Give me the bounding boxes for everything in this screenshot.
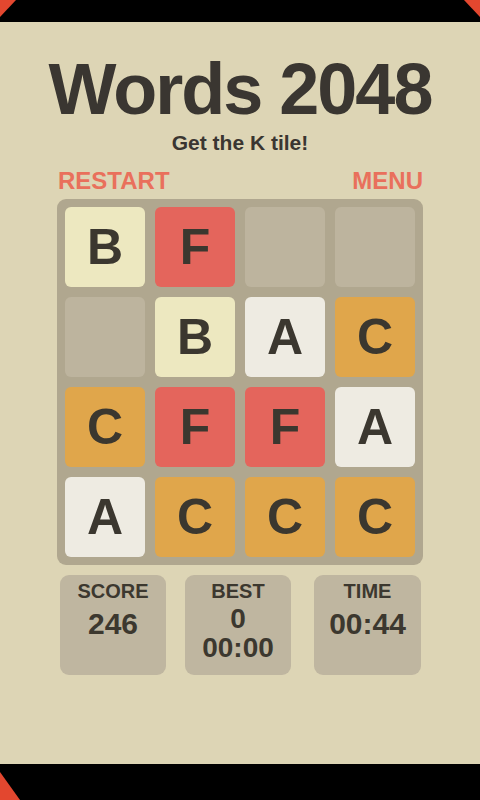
time-label: TIME — [344, 579, 392, 604]
empty-cell — [65, 297, 145, 377]
time-box: TIME 00:44 — [314, 575, 421, 675]
bottom-nav-bar — [0, 764, 480, 800]
nav-row: RESTART MENU — [58, 167, 423, 194]
empty-cell — [245, 207, 325, 287]
best-label: BEST — [211, 579, 264, 604]
recorder-triangle-top-left-icon — [0, 0, 16, 17]
best-time-value: 00:00 — [202, 634, 274, 662]
game-board[interactable]: BFBACCFFAACCC — [57, 199, 423, 565]
tile-B: B — [65, 207, 145, 287]
tile-A: A — [245, 297, 325, 377]
tile-C: C — [335, 297, 415, 377]
top-status-bar — [0, 0, 480, 22]
tile-B: B — [155, 297, 235, 377]
recorder-triangle-top-right-icon — [464, 0, 480, 17]
score-label: SCORE — [77, 579, 148, 604]
tile-C: C — [155, 477, 235, 557]
tile-A: A — [335, 387, 415, 467]
best-box: BEST 0 00:00 — [185, 575, 291, 675]
menu-button[interactable]: MENU — [352, 167, 423, 194]
tile-F: F — [155, 387, 235, 467]
tile-C: C — [245, 477, 325, 557]
tile-C: C — [65, 387, 145, 467]
app-title: Words 2048 — [0, 53, 480, 125]
tile-C: C — [335, 477, 415, 557]
score-value: 246 — [88, 607, 138, 641]
goal-subtitle: Get the K tile! — [0, 131, 480, 155]
score-box: SCORE 246 — [60, 575, 166, 675]
time-value: 00:44 — [329, 607, 406, 641]
best-score-value: 0 — [230, 605, 246, 633]
tile-F: F — [245, 387, 325, 467]
tile-A: A — [65, 477, 145, 557]
recorder-triangle-bottom-left-icon — [0, 772, 20, 800]
empty-cell — [335, 207, 415, 287]
tile-F: F — [155, 207, 235, 287]
restart-button[interactable]: RESTART — [58, 167, 170, 194]
